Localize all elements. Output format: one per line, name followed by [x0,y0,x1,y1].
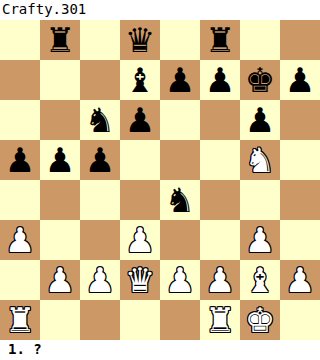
square-g4[interactable] [240,180,280,220]
piece-black-queen: ♛ [125,20,155,60]
square-h3[interactable] [280,220,320,260]
square-h1[interactable] [280,300,320,340]
square-f2[interactable]: ♟ [200,260,240,300]
piece-black-bishop: ♝ [125,60,155,100]
piece-black-rook: ♜ [45,20,75,60]
square-f4[interactable] [200,180,240,220]
chess-board: ♜♛♜♝♟♟♚♟♞♟♟♟♟♟♞♞♟♟♟♟♟♛♟♟♝♟♜♜♚ [0,20,320,340]
square-g5[interactable]: ♞ [240,140,280,180]
square-c5[interactable]: ♟ [80,140,120,180]
square-a5[interactable]: ♟ [0,140,40,180]
square-f1[interactable]: ♜ [200,300,240,340]
square-g6[interactable]: ♟ [240,100,280,140]
piece-black-rook: ♜ [205,20,235,60]
piece-black-knight: ♞ [165,180,195,220]
square-h6[interactable] [280,100,320,140]
piece-black-knight: ♞ [85,100,115,140]
square-a4[interactable] [0,180,40,220]
square-d8[interactable]: ♛ [120,20,160,60]
square-g7[interactable]: ♚ [240,60,280,100]
square-c1[interactable] [80,300,120,340]
piece-black-king: ♚ [245,60,275,100]
square-d2[interactable]: ♛ [120,260,160,300]
square-b3[interactable] [40,220,80,260]
square-e6[interactable] [160,100,200,140]
square-b5[interactable]: ♟ [40,140,80,180]
piece-white-pawn: ♟ [285,260,315,300]
square-a3[interactable]: ♟ [0,220,40,260]
square-e2[interactable]: ♟ [160,260,200,300]
move-prompt: 1. ? [0,340,320,360]
square-e1[interactable] [160,300,200,340]
piece-white-pawn: ♟ [85,260,115,300]
square-f6[interactable] [200,100,240,140]
square-f8[interactable]: ♜ [200,20,240,60]
piece-black-pawn: ♟ [205,60,235,100]
square-a2[interactable] [0,260,40,300]
square-d1[interactable] [120,300,160,340]
square-c4[interactable] [80,180,120,220]
square-h5[interactable] [280,140,320,180]
square-e3[interactable] [160,220,200,260]
square-d3[interactable]: ♟ [120,220,160,260]
piece-white-rook: ♜ [205,300,235,340]
square-b2[interactable]: ♟ [40,260,80,300]
square-g3[interactable]: ♟ [240,220,280,260]
square-b4[interactable] [40,180,80,220]
square-f3[interactable] [200,220,240,260]
square-f7[interactable]: ♟ [200,60,240,100]
square-g2[interactable]: ♝ [240,260,280,300]
piece-white-pawn: ♟ [5,220,35,260]
square-d5[interactable] [120,140,160,180]
piece-black-pawn: ♟ [245,100,275,140]
square-c6[interactable]: ♞ [80,100,120,140]
square-a6[interactable] [0,100,40,140]
square-a8[interactable] [0,20,40,60]
square-e7[interactable]: ♟ [160,60,200,100]
square-h7[interactable]: ♟ [280,60,320,100]
piece-white-pawn: ♟ [125,220,155,260]
piece-white-pawn: ♟ [165,260,195,300]
square-b8[interactable]: ♜ [40,20,80,60]
square-h4[interactable] [280,180,320,220]
square-c8[interactable] [80,20,120,60]
piece-white-knight: ♞ [245,140,275,180]
piece-white-pawn: ♟ [205,260,235,300]
piece-black-pawn: ♟ [45,140,75,180]
square-h2[interactable]: ♟ [280,260,320,300]
window-title: Crafty.301 [0,0,320,20]
piece-white-pawn: ♟ [45,260,75,300]
square-e8[interactable] [160,20,200,60]
square-a1[interactable]: ♜ [0,300,40,340]
square-d6[interactable]: ♟ [120,100,160,140]
piece-black-pawn: ♟ [285,60,315,100]
piece-black-pawn: ♟ [5,140,35,180]
square-e4[interactable]: ♞ [160,180,200,220]
piece-white-queen: ♛ [125,260,155,300]
square-h8[interactable] [280,20,320,60]
square-c7[interactable] [80,60,120,100]
square-g1[interactable]: ♚ [240,300,280,340]
piece-black-pawn: ♟ [165,60,195,100]
square-b1[interactable] [40,300,80,340]
square-b6[interactable] [40,100,80,140]
piece-white-rook: ♜ [5,300,35,340]
piece-white-bishop: ♝ [245,260,275,300]
square-c3[interactable] [80,220,120,260]
square-d7[interactable]: ♝ [120,60,160,100]
square-e5[interactable] [160,140,200,180]
piece-black-pawn: ♟ [85,140,115,180]
square-d4[interactable] [120,180,160,220]
piece-black-pawn: ♟ [125,100,155,140]
square-f5[interactable] [200,140,240,180]
square-b7[interactable] [40,60,80,100]
piece-white-pawn: ♟ [245,220,275,260]
square-a7[interactable] [0,60,40,100]
piece-white-king: ♚ [245,300,275,340]
square-c2[interactable]: ♟ [80,260,120,300]
square-g8[interactable] [240,20,280,60]
